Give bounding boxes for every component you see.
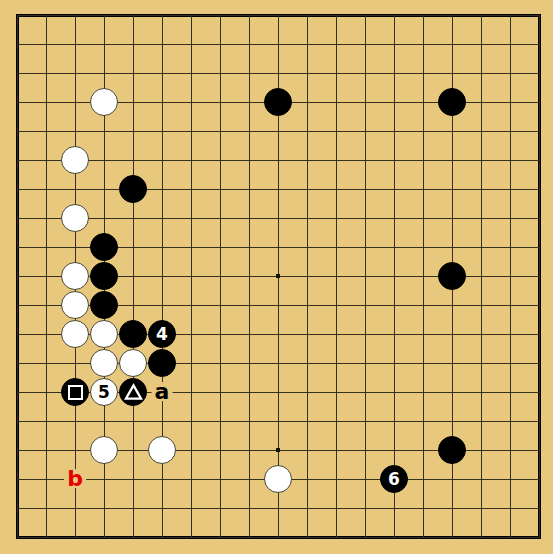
move-number: 5 [98,384,110,401]
move-number: 4 [156,326,168,343]
stone-white[interactable] [90,349,118,377]
stone-black[interactable] [438,436,466,464]
stone-white[interactable] [61,291,89,319]
stone-white[interactable] [61,262,89,290]
stone-white[interactable] [61,146,89,174]
stone-black[interactable] [90,291,118,319]
point-label-b[interactable]: b [64,469,86,488]
stone-black-move-4[interactable]: 4 [148,320,176,348]
stone-black-square[interactable] [61,378,89,406]
stone-black-triangle[interactable] [119,378,147,406]
triangle-mark-icon [124,383,143,402]
move-number: 6 [388,471,400,488]
star-point [276,274,280,278]
go-board-diagram: 546ab [0,0,553,554]
stone-black[interactable] [119,320,147,348]
star-point [276,448,280,452]
stone-black[interactable] [264,88,292,116]
stone-white[interactable] [61,320,89,348]
stone-black-move-6[interactable]: 6 [380,465,408,493]
stone-black[interactable] [90,262,118,290]
stone-black[interactable] [148,349,176,377]
goban[interactable]: 546ab [0,0,553,554]
stone-white[interactable] [90,436,118,464]
square-mark-icon [68,385,83,400]
stone-white[interactable] [61,204,89,232]
stone-black[interactable] [438,88,466,116]
stone-black[interactable] [438,262,466,290]
point-label-a[interactable]: a [152,382,173,401]
stone-white[interactable] [119,349,147,377]
stone-white-move-5[interactable]: 5 [90,378,118,406]
stone-white[interactable] [90,320,118,348]
stone-white[interactable] [264,465,292,493]
stone-white[interactable] [90,88,118,116]
stone-black[interactable] [119,175,147,203]
stone-white[interactable] [148,436,176,464]
stone-black[interactable] [90,233,118,261]
